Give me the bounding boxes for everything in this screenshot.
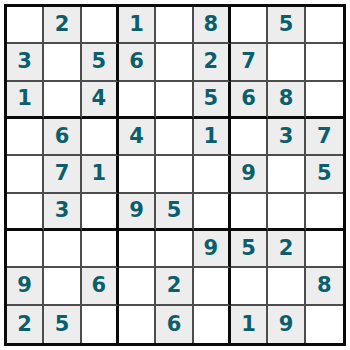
cell-r9c7: 1 xyxy=(231,306,268,343)
cell-r8c6[interactable] xyxy=(194,268,231,305)
cell-r7c7: 5 xyxy=(231,231,268,268)
cell-r9c1: 2 xyxy=(7,306,44,343)
cell-r8c3: 6 xyxy=(82,268,119,305)
cell-r4c4: 4 xyxy=(119,119,156,156)
cell-r4c7[interactable] xyxy=(231,119,268,156)
sudoku-board: 21853562714568641377195395952962825619 xyxy=(4,4,346,346)
cell-r6c2: 3 xyxy=(44,194,81,231)
cell-r6c3[interactable] xyxy=(82,194,119,231)
cell-r1c1[interactable] xyxy=(7,7,44,44)
cell-r3c8: 8 xyxy=(268,82,305,119)
cell-r7c2[interactable] xyxy=(44,231,81,268)
cell-r1c5[interactable] xyxy=(156,7,193,44)
cell-r4c3[interactable] xyxy=(82,119,119,156)
cell-r9c4[interactable] xyxy=(119,306,156,343)
cell-r4c1[interactable] xyxy=(7,119,44,156)
cell-r1c9[interactable] xyxy=(306,7,343,44)
cell-r8c4[interactable] xyxy=(119,268,156,305)
cell-r5c5[interactable] xyxy=(156,156,193,193)
cell-r8c2[interactable] xyxy=(44,268,81,305)
cell-r3c6: 5 xyxy=(194,82,231,119)
cell-r4c5[interactable] xyxy=(156,119,193,156)
cell-r6c4: 9 xyxy=(119,194,156,231)
cell-r7c8: 2 xyxy=(268,231,305,268)
cell-r2c3: 5 xyxy=(82,44,119,81)
cell-r6c1[interactable] xyxy=(7,194,44,231)
cell-r7c4[interactable] xyxy=(119,231,156,268)
cell-r2c4: 6 xyxy=(119,44,156,81)
cell-r2c2[interactable] xyxy=(44,44,81,81)
cell-r9c2: 5 xyxy=(44,306,81,343)
cell-r5c4[interactable] xyxy=(119,156,156,193)
cell-r1c7[interactable] xyxy=(231,7,268,44)
cell-r2c7: 7 xyxy=(231,44,268,81)
cell-r9c8: 9 xyxy=(268,306,305,343)
cell-r9c3[interactable] xyxy=(82,306,119,343)
cell-r6c7[interactable] xyxy=(231,194,268,231)
cell-r1c8: 5 xyxy=(268,7,305,44)
cell-r1c4: 1 xyxy=(119,7,156,44)
cell-r6c9[interactable] xyxy=(306,194,343,231)
cell-r8c8[interactable] xyxy=(268,268,305,305)
cell-r2c5[interactable] xyxy=(156,44,193,81)
cell-r5c9: 5 xyxy=(306,156,343,193)
cell-r3c2[interactable] xyxy=(44,82,81,119)
cell-r5c3: 1 xyxy=(82,156,119,193)
cell-r5c6[interactable] xyxy=(194,156,231,193)
cell-r2c6: 2 xyxy=(194,44,231,81)
cell-r3c4[interactable] xyxy=(119,82,156,119)
cell-r7c6: 9 xyxy=(194,231,231,268)
cell-r3c9[interactable] xyxy=(306,82,343,119)
cell-r7c9[interactable] xyxy=(306,231,343,268)
cell-r3c5[interactable] xyxy=(156,82,193,119)
cell-r8c1: 9 xyxy=(7,268,44,305)
cell-r2c1: 3 xyxy=(7,44,44,81)
cell-r5c7: 9 xyxy=(231,156,268,193)
cell-r9c6[interactable] xyxy=(194,306,231,343)
cell-r6c8[interactable] xyxy=(268,194,305,231)
cell-r4c9: 7 xyxy=(306,119,343,156)
cell-r3c1: 1 xyxy=(7,82,44,119)
cell-r7c1[interactable] xyxy=(7,231,44,268)
cell-r8c9: 8 xyxy=(306,268,343,305)
cell-r5c8[interactable] xyxy=(268,156,305,193)
cell-r1c3[interactable] xyxy=(82,7,119,44)
cell-r5c1[interactable] xyxy=(7,156,44,193)
cell-r1c2: 2 xyxy=(44,7,81,44)
cell-r4c2: 6 xyxy=(44,119,81,156)
cell-r5c2: 7 xyxy=(44,156,81,193)
cell-r4c8: 3 xyxy=(268,119,305,156)
cell-r9c5: 6 xyxy=(156,306,193,343)
sudoku-page: 21853562714568641377195395952962825619 xyxy=(0,0,350,350)
cell-r3c3: 4 xyxy=(82,82,119,119)
cell-r1c6: 8 xyxy=(194,7,231,44)
cell-r8c5: 2 xyxy=(156,268,193,305)
cell-r2c8[interactable] xyxy=(268,44,305,81)
cell-r3c7: 6 xyxy=(231,82,268,119)
cell-r7c5[interactable] xyxy=(156,231,193,268)
cell-r6c5: 5 xyxy=(156,194,193,231)
cell-r9c9[interactable] xyxy=(306,306,343,343)
cell-r2c9[interactable] xyxy=(306,44,343,81)
cell-r7c3[interactable] xyxy=(82,231,119,268)
cell-r8c7[interactable] xyxy=(231,268,268,305)
cell-r6c6[interactable] xyxy=(194,194,231,231)
cell-r4c6: 1 xyxy=(194,119,231,156)
